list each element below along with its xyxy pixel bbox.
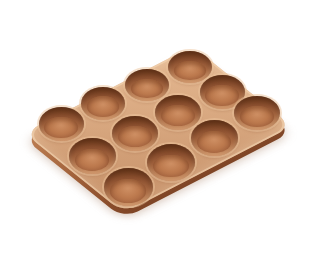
product-photo bbox=[0, 0, 320, 267]
muffin-cup-r0c1 bbox=[81, 87, 125, 120]
muffin-cup-r2c2 bbox=[191, 120, 238, 156]
muffin-cup-r0c3 bbox=[168, 51, 212, 83]
muffin-cup-r1c1 bbox=[112, 116, 158, 151]
muffin-cup-r2c0 bbox=[104, 168, 153, 206]
muffin-cup-r1c2 bbox=[155, 95, 201, 130]
muffin-cup-r0c0 bbox=[39, 107, 84, 141]
muffin-cup-r2c1 bbox=[147, 144, 195, 181]
muffin-cup-r1c0 bbox=[69, 138, 116, 174]
muffin-cup-r0c2 bbox=[125, 69, 169, 101]
muffin-cups bbox=[0, 0, 320, 267]
muffin-cup-r2c3 bbox=[234, 96, 280, 130]
